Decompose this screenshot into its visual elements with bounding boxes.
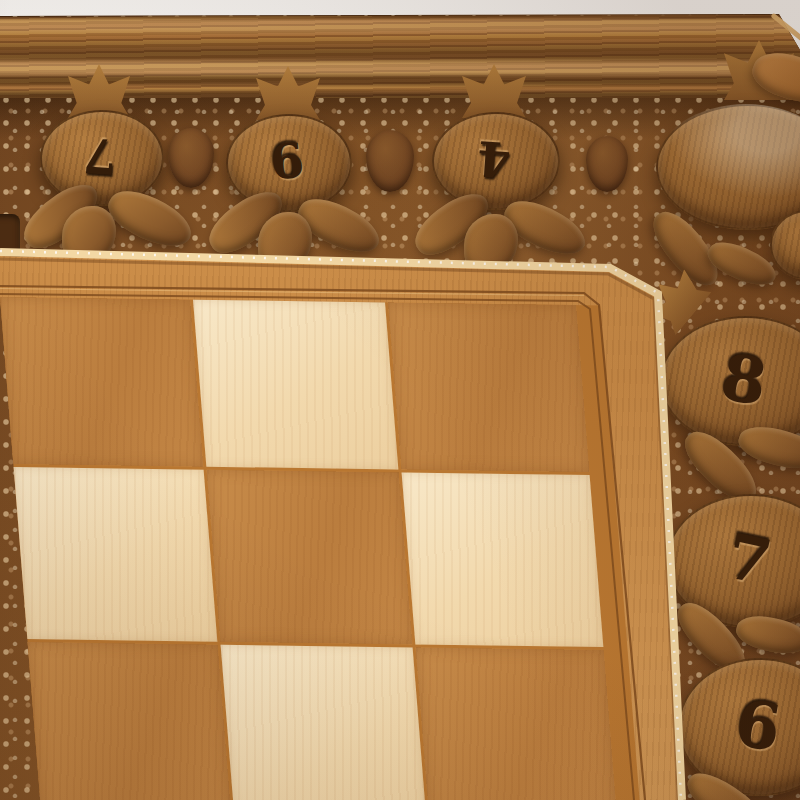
carved-number: 7 (37, 106, 163, 206)
chessboard-playing-field (0, 297, 645, 800)
board-square-r1-c2 (193, 300, 398, 470)
board-square-r1-c1 (0, 297, 203, 467)
carved-number: 6 (669, 646, 800, 800)
carved-number: 6 (221, 108, 352, 214)
board-square-r2-c1 (14, 467, 218, 642)
board-square-r1-c3 (388, 302, 589, 472)
carved-chess-board-photo: 7 6 4 8 7 (0, 0, 800, 800)
board-square-r2-c3 (402, 472, 604, 647)
board-square-r3-c3 (416, 647, 621, 800)
board-square-r3-c2 (221, 645, 430, 800)
board-square-r3-c1 (28, 642, 235, 800)
carved-number: 4 (429, 108, 559, 210)
board-square-r2-c2 (207, 470, 413, 645)
